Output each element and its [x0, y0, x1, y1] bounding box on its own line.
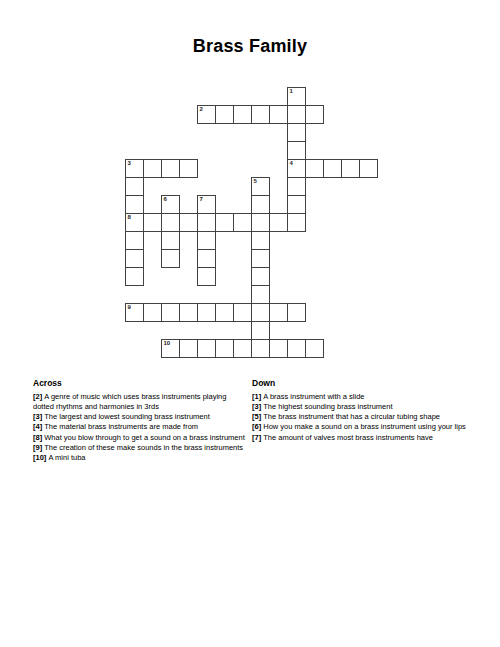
clue-item: [3] The highest sounding brass instrumen…	[252, 402, 470, 412]
grid-cell[interactable]	[251, 339, 270, 358]
grid-cell[interactable]	[197, 213, 216, 232]
grid-cell[interactable]: 8	[125, 213, 144, 232]
grid-cell[interactable]	[197, 231, 216, 250]
clue-item: [3] The largest and lowest sounding bras…	[33, 412, 249, 422]
clue-number: [4]	[33, 422, 44, 431]
grid-cell[interactable]	[197, 249, 216, 268]
grid-cell[interactable]	[215, 339, 234, 358]
cell-number: 4	[290, 160, 293, 167]
grid-cell[interactable]	[233, 105, 252, 124]
grid-cell[interactable]	[215, 213, 234, 232]
cell-number: 6	[164, 196, 167, 203]
grid-cell[interactable]	[143, 213, 162, 232]
grid-cell[interactable]	[323, 159, 342, 178]
grid-cell[interactable]	[143, 159, 162, 178]
cell-number: 9	[128, 304, 131, 311]
grid-cell[interactable]: 4	[287, 159, 306, 178]
grid-cell[interactable]	[251, 267, 270, 286]
grid-cell[interactable]	[125, 231, 144, 250]
grid-cell[interactable]	[341, 159, 360, 178]
grid-cell[interactable]: 1	[287, 87, 306, 106]
grid-cell[interactable]	[269, 339, 288, 358]
grid-cell[interactable]: 10	[161, 339, 180, 358]
grid-cell[interactable]	[197, 303, 216, 322]
clue-text: A genre of music which uses brass instru…	[33, 392, 226, 411]
clue-text: A brass instrument with a slide	[263, 392, 364, 401]
cell-number: 10	[164, 340, 171, 347]
grid-cell[interactable]	[233, 339, 252, 358]
clue-item: [9] The creation of these make sounds in…	[33, 443, 249, 453]
grid-cell[interactable]	[287, 141, 306, 160]
grid-cell[interactable]	[305, 159, 324, 178]
grid-cell[interactable]	[179, 159, 198, 178]
grid-cell[interactable]	[179, 339, 198, 358]
grid-cell[interactable]	[197, 339, 216, 358]
cell-number: 5	[254, 178, 257, 185]
clue-text: The highest sounding brass instrument	[263, 402, 392, 411]
grid-cell[interactable]	[287, 339, 306, 358]
grid-cell[interactable]	[287, 213, 306, 232]
grid-cell[interactable]	[125, 267, 144, 286]
down-heading: Down	[252, 378, 470, 388]
grid-cell[interactable]	[179, 303, 198, 322]
clue-text: How you make a sound on a brass instrume…	[263, 422, 466, 431]
clue-item: [4] The material brass instruments are m…	[33, 422, 249, 432]
clue-number: [8]	[33, 433, 44, 442]
grid-cell[interactable]	[215, 105, 234, 124]
across-heading: Across	[33, 378, 249, 388]
grid-cell[interactable]	[359, 159, 378, 178]
clue-number: [7]	[252, 433, 263, 442]
grid-cell[interactable]	[287, 195, 306, 214]
clue-item: [7] The amount of valves most brass inst…	[252, 433, 470, 443]
grid-cell[interactable]	[269, 303, 288, 322]
grid-cell[interactable]	[125, 249, 144, 268]
cell-number: 7	[200, 196, 203, 203]
down-clues: Down [1] A brass instrument with a slide…	[252, 378, 470, 443]
down-clue-list: [1] A brass instrument with a slide[3] T…	[252, 392, 470, 443]
grid-cell[interactable]	[179, 213, 198, 232]
grid-cell[interactable]	[251, 195, 270, 214]
grid-cell[interactable]	[161, 159, 180, 178]
clue-text: The amount of valves most brass instrume…	[263, 433, 433, 442]
clue-number: [10]	[33, 453, 48, 462]
grid-cell[interactable]	[143, 303, 162, 322]
grid-cell[interactable]	[269, 105, 288, 124]
grid-cell[interactable]	[161, 249, 180, 268]
clue-text: The brass instrument that has a circular…	[263, 412, 440, 421]
grid-cell[interactable]	[251, 249, 270, 268]
clue-text: The material brass instruments are made …	[44, 422, 198, 431]
grid-cell[interactable]	[251, 231, 270, 250]
clue-text: What you blow through to get a sound on …	[44, 433, 245, 442]
page: Brass Family 12345678910 Across [2] A ge…	[0, 0, 500, 647]
grid-cell[interactable]: 9	[125, 303, 144, 322]
grid-cell[interactable]	[251, 213, 270, 232]
grid-cell[interactable]: 2	[197, 105, 216, 124]
clue-number: [3]	[33, 412, 44, 421]
grid-cell[interactable]	[125, 177, 144, 196]
clue-number: [6]	[252, 422, 263, 431]
clue-item: [5] The brass instrument that has a circ…	[252, 412, 470, 422]
grid-cell[interactable]	[197, 267, 216, 286]
clue-item: [6] How you make a sound on a brass inst…	[252, 422, 470, 432]
grid-cell[interactable]	[161, 231, 180, 250]
clue-text: A mini tuba	[48, 453, 85, 462]
clue-number: [1]	[252, 392, 263, 401]
grid-cell[interactable]	[251, 285, 270, 304]
grid-cell[interactable]	[287, 303, 306, 322]
grid-cell[interactable]	[287, 123, 306, 142]
clue-number: [9]	[33, 443, 44, 452]
grid-cell[interactable]	[125, 195, 144, 214]
crossword-grid: 12345678910	[0, 0, 500, 380]
cell-number: 2	[200, 106, 203, 113]
grid-cell[interactable]	[251, 105, 270, 124]
cell-number: 3	[128, 160, 131, 167]
grid-cell[interactable]: 7	[197, 195, 216, 214]
clue-item: [2] A genre of music which uses brass in…	[33, 392, 249, 413]
clue-number: [2]	[33, 392, 44, 401]
grid-cell[interactable]	[269, 213, 288, 232]
grid-cell[interactable]: 6	[161, 195, 180, 214]
cell-number: 1	[290, 88, 293, 95]
grid-cell[interactable]	[305, 339, 324, 358]
clue-item: [8] What you blow through to get a sound…	[33, 433, 249, 443]
grid-cell[interactable]	[305, 105, 324, 124]
grid-cell[interactable]	[251, 303, 270, 322]
clue-text: The largest and lowest sounding brass in…	[44, 412, 210, 421]
grid-cell[interactable]	[233, 303, 252, 322]
grid-cell[interactable]: 5	[251, 177, 270, 196]
grid-cell[interactable]	[161, 213, 180, 232]
clue-number: [3]	[252, 402, 263, 411]
grid-cell[interactable]	[287, 105, 306, 124]
clue-item: [10] A mini tuba	[33, 453, 249, 463]
clue-item: [1] A brass instrument with a slide	[252, 392, 470, 402]
clue-number: [5]	[252, 412, 263, 421]
grid-cell[interactable]	[233, 213, 252, 232]
grid-cell[interactable]	[161, 303, 180, 322]
grid-cell[interactable]	[251, 321, 270, 340]
across-clues: Across [2] A genre of music which uses b…	[33, 378, 249, 464]
grid-cell[interactable]: 3	[125, 159, 144, 178]
grid-cell[interactable]	[287, 177, 306, 196]
grid-cell[interactable]	[215, 303, 234, 322]
across-clue-list: [2] A genre of music which uses brass in…	[33, 392, 249, 464]
clue-text: The creation of these make sounds in the…	[44, 443, 243, 452]
cell-number: 8	[128, 214, 131, 221]
